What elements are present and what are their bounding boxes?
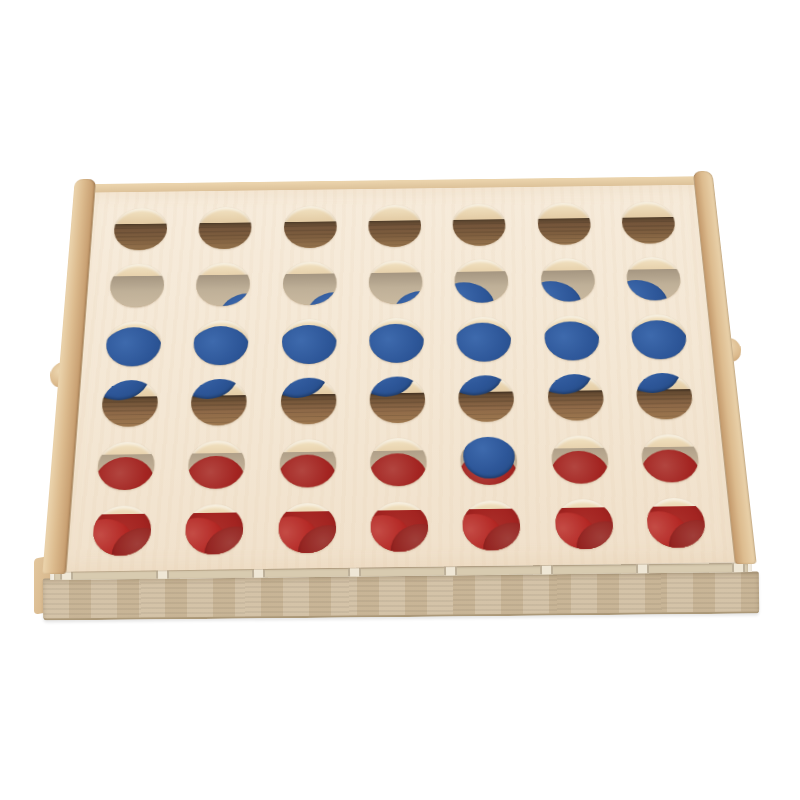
hole-r4c2 <box>190 379 247 426</box>
cell-r4c4 <box>353 369 443 431</box>
hole-r1c1 <box>113 208 168 251</box>
hole-r4c7 <box>635 373 694 420</box>
hole-interior <box>109 276 165 308</box>
hole-r3c1 <box>105 321 162 367</box>
cell-r6c3 <box>260 494 353 561</box>
hole-r1c6 <box>537 203 592 246</box>
cell-r3c6 <box>526 308 617 368</box>
cell-r5c7 <box>623 426 719 490</box>
hole-r1c3 <box>283 206 336 249</box>
hole-r5c1 <box>96 441 155 490</box>
slot-divider <box>444 566 457 575</box>
cell-r1c7 <box>604 195 694 251</box>
hole-r1c4 <box>368 205 421 248</box>
hole-r6c5 <box>462 500 521 551</box>
hole-interior <box>369 272 423 304</box>
connect-four-board <box>45 180 755 572</box>
hole-r2c6 <box>540 258 596 302</box>
hole-r3c4 <box>369 317 424 363</box>
hole-r2c4 <box>369 260 423 304</box>
cell-r2c5 <box>438 252 526 310</box>
cell-r5c3 <box>261 431 353 495</box>
cell-r6c4 <box>353 493 446 560</box>
hole-r1c7 <box>621 202 677 244</box>
hole-r3c7 <box>630 314 688 359</box>
hole-interior <box>452 219 506 246</box>
cell-r1c3 <box>267 199 352 255</box>
hole-r3c2 <box>193 320 249 366</box>
cell-r1c2 <box>181 200 268 256</box>
cell-r4c5 <box>441 368 533 430</box>
blue-disc <box>630 320 688 360</box>
hole-r6c2 <box>185 504 244 555</box>
slot-divider <box>252 569 265 578</box>
hole-interior <box>458 392 515 423</box>
hole-r1c2 <box>198 207 252 250</box>
blue-disc <box>193 325 249 365</box>
cell-r6c2 <box>167 496 262 563</box>
cell-r6c7 <box>628 489 726 556</box>
hole-interior <box>537 218 592 245</box>
cell-r6c6 <box>536 491 633 558</box>
slot-divider <box>156 570 169 579</box>
hole-r6c6 <box>554 499 615 550</box>
hole-r4c6 <box>547 374 605 421</box>
hole-r4c3 <box>280 378 336 425</box>
cell-r4c3 <box>263 370 353 432</box>
cell-r4c1 <box>83 373 176 435</box>
product-photo-scene <box>0 0 800 800</box>
hole-r3c3 <box>281 318 336 364</box>
hole-interior <box>280 394 336 425</box>
slot-divider <box>732 563 745 572</box>
cell-r5c2 <box>170 433 263 498</box>
hole-interior <box>195 274 250 306</box>
hole-interior <box>368 220 421 247</box>
hole-interior <box>621 217 677 244</box>
hole-r5c2 <box>187 440 245 489</box>
cell-r5c1 <box>78 434 173 499</box>
cell-r1c1 <box>96 201 184 257</box>
hole-interior <box>113 223 168 250</box>
hole-r3c6 <box>543 315 600 360</box>
hole-r5c3 <box>279 439 336 488</box>
cell-r2c3 <box>266 254 353 312</box>
cell-r5c4 <box>353 430 445 494</box>
cell-r3c7 <box>613 307 706 367</box>
cell-r4c2 <box>173 371 264 433</box>
hole-r4c4 <box>370 376 426 423</box>
hole-r3c5 <box>456 316 512 362</box>
cell-r2c6 <box>523 251 613 309</box>
slot-divider <box>348 567 361 576</box>
cell-r4c7 <box>618 365 713 427</box>
blue-disc <box>456 322 512 362</box>
cell-r6c1 <box>73 497 170 564</box>
hole-r2c3 <box>282 261 336 305</box>
cell-r6c5 <box>445 492 540 559</box>
hole-interior <box>198 222 252 249</box>
hole-r5c6 <box>550 435 609 484</box>
hole-interior <box>283 221 336 248</box>
cell-r5c6 <box>533 428 628 492</box>
hole-r1c5 <box>452 204 506 247</box>
hole-r5c4 <box>370 438 427 487</box>
hole-interior <box>370 393 426 424</box>
cell-r5c5 <box>443 429 536 493</box>
hole-r6c7 <box>646 497 708 548</box>
cell-r2c7 <box>609 250 700 308</box>
board-face-plate <box>57 185 743 572</box>
hole-r4c1 <box>100 380 158 427</box>
hole-r6c3 <box>278 502 336 553</box>
cell-r1c4 <box>352 198 438 254</box>
hole-r2c7 <box>625 257 682 301</box>
hole-r5c5 <box>460 436 518 485</box>
cell-r2c4 <box>352 253 439 311</box>
hole-r2c2 <box>195 262 250 306</box>
blue-disc <box>105 327 162 367</box>
cell-r3c4 <box>353 310 442 370</box>
hole-interior <box>282 273 336 305</box>
cell-r3c2 <box>176 312 266 372</box>
hole-r2c1 <box>109 264 165 308</box>
blue-disc <box>369 323 424 363</box>
hole-r4c5 <box>458 375 515 422</box>
hole-interior <box>635 389 694 420</box>
hole-interior <box>100 397 158 428</box>
hole-r5c7 <box>640 434 701 483</box>
cell-r2c2 <box>179 255 267 313</box>
hole-r6c4 <box>370 501 428 552</box>
blue-disc <box>543 321 600 361</box>
cell-r2c1 <box>92 257 182 315</box>
hole-interior <box>547 391 605 422</box>
board-grid <box>73 195 726 564</box>
hole-interior <box>190 395 247 426</box>
cell-r4c6 <box>529 367 622 429</box>
cell-r1c6 <box>520 196 608 252</box>
slot-divider <box>636 564 649 573</box>
cell-r1c5 <box>436 197 523 253</box>
cell-r3c3 <box>264 311 352 371</box>
hole-r2c5 <box>454 259 509 303</box>
blue-disc <box>281 324 336 364</box>
slot-divider <box>540 565 553 574</box>
cell-r3c5 <box>439 309 529 369</box>
box-front-face <box>43 572 759 621</box>
cell-r3c1 <box>87 314 178 374</box>
hole-r6c1 <box>91 505 152 556</box>
